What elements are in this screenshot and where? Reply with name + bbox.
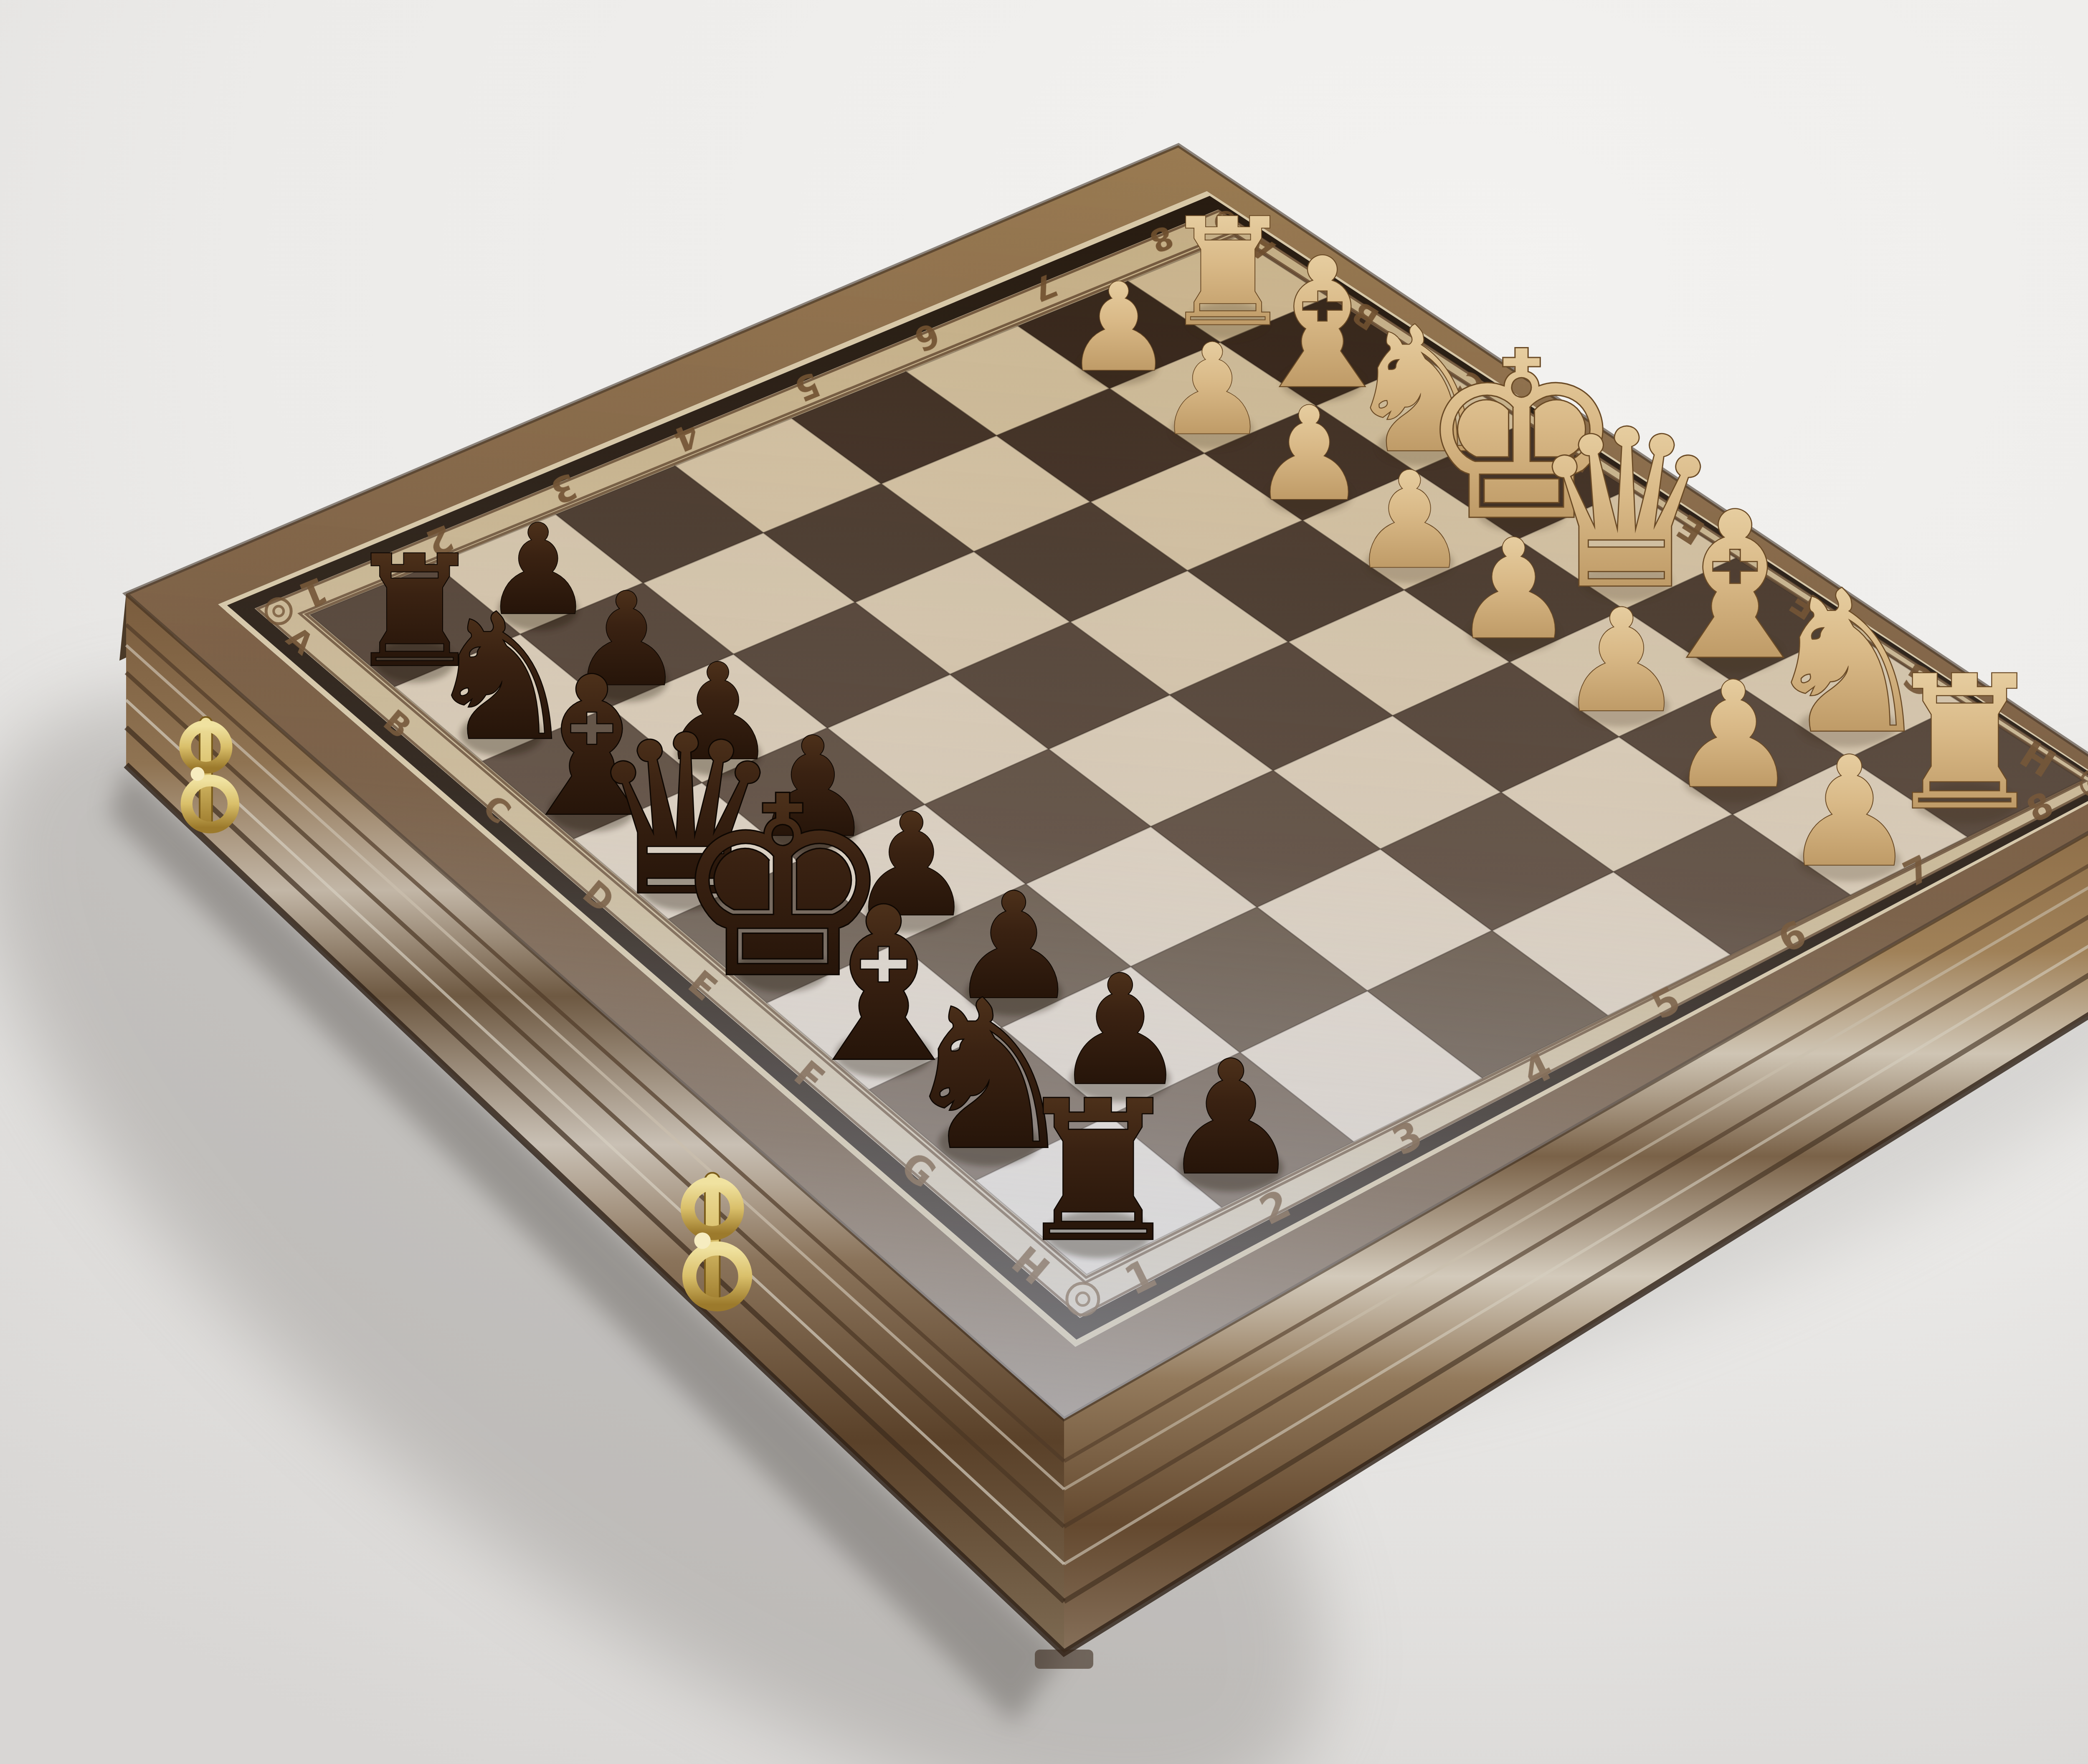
piece-light-pawn-f7: ♟ [1558, 579, 1685, 744]
piece-light-pawn-e7: ♟ [1452, 510, 1575, 670]
piece-light-pawn-h7: ♟ [1781, 725, 1917, 900]
piece-light-pawn-d7: ♟ [1350, 444, 1470, 598]
photo-canvas: AA11BB22CC33DD44EE55FF66GG77HH88 ♜♟♝♟♞♟♚… [0, 0, 2088, 1764]
chess-box-photo: AA11BB22CC33DD44EE55FF66GG77HH88 ♜♟♝♟♞♟♚… [0, 0, 2088, 1764]
piece-dark-rook-h1: ♜ [1012, 1059, 1185, 1284]
box-foot [1035, 1650, 1093, 1669]
piece-light-pawn-g7: ♟ [1668, 650, 1799, 821]
